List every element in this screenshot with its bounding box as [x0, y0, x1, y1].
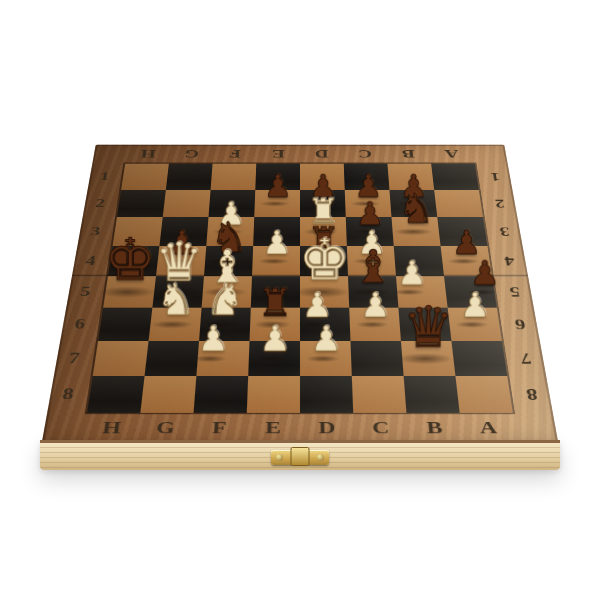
piece-light-pawn-d7[interactable]: ♟: [303, 321, 349, 358]
file-label-bottom-g: G: [155, 418, 175, 438]
file-label-top-c: C: [358, 147, 372, 160]
latch-screw-icon: [276, 454, 283, 461]
latch-screw-icon: [317, 454, 324, 461]
file-label-top-g: G: [184, 147, 200, 160]
square-b1[interactable]: [387, 164, 434, 190]
file-label-top-f: F: [229, 147, 241, 160]
square-h8[interactable]: [87, 376, 144, 413]
square-h1[interactable]: [121, 164, 169, 190]
square-a1[interactable]: [431, 164, 479, 190]
square-g1[interactable]: [166, 164, 213, 190]
square-d8[interactable]: [300, 376, 353, 413]
square-a3[interactable]: [437, 217, 487, 246]
file-label-bottom-e: E: [265, 418, 281, 438]
file-label-bottom-c: C: [372, 418, 390, 438]
square-g2[interactable]: [163, 190, 211, 217]
square-c1[interactable]: [344, 164, 390, 190]
square-a2[interactable]: [434, 190, 483, 217]
square-b8[interactable]: [404, 376, 460, 413]
product-photo-stage: HH11GG22FF33EE44DD55CC66BB77AA88♟♟♟♟♞♟♜♟…: [0, 0, 600, 600]
square-f1[interactable]: [211, 164, 257, 190]
square-a8[interactable]: [455, 376, 512, 413]
square-f8[interactable]: [194, 376, 249, 413]
rank-label-left-5: 5: [79, 284, 92, 299]
file-label-top-e: E: [272, 147, 285, 160]
square-d1[interactable]: [300, 164, 345, 190]
board-scene: HH11GG22FF33EE44DD55CC66BB77AA88♟♟♟♟♞♟♜♟…: [72, 48, 528, 504]
square-b2[interactable]: [389, 190, 437, 217]
rank-label-left-2: 2: [94, 197, 106, 210]
rank-label-right-8: 8: [525, 385, 539, 403]
file-label-bottom-d: D: [318, 418, 335, 438]
file-label-top-b: B: [401, 147, 415, 160]
file-label-top-a: A: [444, 147, 459, 160]
square-c2[interactable]: [345, 190, 392, 217]
piece-dark-queen-b7[interactable]: ♛: [391, 299, 464, 358]
rank-label-left-8: 8: [61, 385, 75, 403]
square-h2[interactable]: [117, 190, 166, 217]
file-label-top-d: D: [315, 147, 329, 160]
chess-board: HH11GG22FF33EE44DD55CC66BB77AA88♟♟♟♟♞♟♜♟…: [42, 145, 558, 442]
square-e2[interactable]: [254, 190, 300, 217]
rank-label-left-7: 7: [67, 350, 80, 367]
file-label-bottom-b: B: [426, 418, 444, 438]
square-d2[interactable]: [300, 190, 346, 217]
file-label-bottom-a: A: [479, 418, 499, 438]
rank-label-left-1: 1: [99, 170, 110, 183]
piece-light-pawn-e7[interactable]: ♟: [252, 321, 298, 358]
square-f2[interactable]: [208, 190, 255, 217]
file-label-bottom-f: F: [211, 418, 227, 438]
piece-light-pawn-c6[interactable]: ♟: [352, 288, 397, 324]
square-b3[interactable]: [392, 217, 441, 246]
square-e1[interactable]: [255, 164, 300, 190]
file-label-bottom-h: H: [101, 418, 122, 438]
file-label-top-h: H: [140, 147, 157, 160]
square-g8[interactable]: [140, 376, 196, 413]
rank-label-right-7: 7: [519, 350, 532, 367]
square-e8[interactable]: [247, 376, 300, 413]
latch-clasp-icon: [291, 447, 310, 466]
rank-label-right-6: 6: [514, 316, 527, 332]
square-c8[interactable]: [352, 376, 407, 413]
square-h7[interactable]: [93, 341, 149, 376]
rank-label-left-6: 6: [73, 316, 86, 332]
rank-label-right-2: 2: [494, 197, 506, 210]
rank-label-right-1: 1: [490, 170, 501, 183]
piece-light-knight-g6[interactable]: ♞: [147, 278, 204, 324]
piece-light-pawn-f7[interactable]: ♟: [190, 321, 236, 358]
board-front-edge: [40, 440, 560, 470]
rank-label-right-3: 3: [499, 225, 511, 239]
rank-label-right-5: 5: [508, 284, 521, 299]
brass-latch-icon[interactable]: [271, 450, 329, 465]
square-h6[interactable]: [98, 308, 152, 341]
